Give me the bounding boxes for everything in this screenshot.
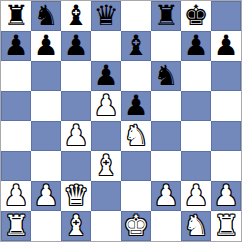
square-d2[interactable] xyxy=(91,181,121,211)
white-pawn: ♟ xyxy=(63,121,88,151)
square-b6[interactable] xyxy=(31,61,61,91)
square-a8[interactable]: ♜ xyxy=(1,1,31,31)
square-h8[interactable] xyxy=(211,1,241,31)
square-b3[interactable] xyxy=(31,151,61,181)
square-e2[interactable] xyxy=(121,181,151,211)
black-bishop: ♝ xyxy=(123,31,148,61)
black-rook: ♜ xyxy=(153,1,178,31)
square-a5[interactable] xyxy=(1,91,31,121)
square-h1[interactable]: ♜ xyxy=(211,211,241,241)
square-h7[interactable]: ♟ xyxy=(211,31,241,61)
black-pawn: ♟ xyxy=(183,31,208,61)
black-pawn: ♟ xyxy=(3,31,28,61)
black-pawn: ♟ xyxy=(33,31,58,61)
white-pawn: ♟ xyxy=(3,181,28,211)
square-g5[interactable] xyxy=(181,91,211,121)
square-h2[interactable]: ♟ xyxy=(211,181,241,211)
square-b5[interactable] xyxy=(31,91,61,121)
square-e8[interactable] xyxy=(121,1,151,31)
square-h5[interactable] xyxy=(211,91,241,121)
square-g7[interactable]: ♟ xyxy=(181,31,211,61)
square-h4[interactable] xyxy=(211,121,241,151)
square-e7[interactable]: ♝ xyxy=(121,31,151,61)
square-a6[interactable] xyxy=(1,61,31,91)
square-g2[interactable]: ♟ xyxy=(181,181,211,211)
square-c5[interactable] xyxy=(61,91,91,121)
square-b4[interactable] xyxy=(31,121,61,151)
square-a2[interactable]: ♟ xyxy=(1,181,31,211)
square-h6[interactable] xyxy=(211,61,241,91)
square-e4[interactable]: ♞ xyxy=(121,121,151,151)
black-knight: ♞ xyxy=(153,61,178,91)
black-king: ♚ xyxy=(183,1,208,31)
square-c8[interactable]: ♝ xyxy=(61,1,91,31)
square-b1[interactable] xyxy=(31,211,61,241)
square-d5[interactable]: ♟ xyxy=(91,91,121,121)
white-bishop: ♝ xyxy=(93,151,118,181)
square-d8[interactable]: ♛ xyxy=(91,1,121,31)
white-knight: ♞ xyxy=(183,211,208,241)
black-pawn: ♟ xyxy=(93,61,118,91)
square-d3[interactable]: ♝ xyxy=(91,151,121,181)
square-f4[interactable] xyxy=(151,121,181,151)
black-knight: ♞ xyxy=(33,1,58,31)
white-pawn: ♟ xyxy=(213,181,238,211)
square-a3[interactable] xyxy=(1,151,31,181)
square-e5[interactable]: ♟ xyxy=(121,91,151,121)
white-rook: ♜ xyxy=(213,211,238,241)
black-pawn: ♟ xyxy=(63,31,88,61)
white-queen: ♛ xyxy=(63,181,88,211)
square-d6[interactable]: ♟ xyxy=(91,61,121,91)
square-g4[interactable] xyxy=(181,121,211,151)
black-bishop: ♝ xyxy=(63,1,88,31)
square-g6[interactable] xyxy=(181,61,211,91)
square-h3[interactable] xyxy=(211,151,241,181)
square-e3[interactable] xyxy=(121,151,151,181)
white-bishop: ♝ xyxy=(63,211,88,241)
square-g8[interactable]: ♚ xyxy=(181,1,211,31)
square-f3[interactable] xyxy=(151,151,181,181)
white-pawn: ♟ xyxy=(153,181,178,211)
square-a7[interactable]: ♟ xyxy=(1,31,31,61)
square-g3[interactable] xyxy=(181,151,211,181)
square-c3[interactable] xyxy=(61,151,91,181)
white-king: ♚ xyxy=(123,211,148,241)
black-queen: ♛ xyxy=(93,1,118,31)
square-d7[interactable] xyxy=(91,31,121,61)
black-rook: ♜ xyxy=(3,1,28,31)
square-c6[interactable] xyxy=(61,61,91,91)
square-e6[interactable] xyxy=(121,61,151,91)
square-c2[interactable]: ♛ xyxy=(61,181,91,211)
white-pawn: ♟ xyxy=(183,181,208,211)
square-f7[interactable] xyxy=(151,31,181,61)
square-d4[interactable] xyxy=(91,121,121,151)
square-a1[interactable]: ♜ xyxy=(1,211,31,241)
square-f1[interactable] xyxy=(151,211,181,241)
square-f6[interactable]: ♞ xyxy=(151,61,181,91)
black-pawn: ♟ xyxy=(213,31,238,61)
square-b7[interactable]: ♟ xyxy=(31,31,61,61)
chess-board: ♜♞♝♛♜♚♟♟♟♝♟♟♟♞♟♟♟♞♝♟♟♛♟♟♟♜♝♚♞♜ xyxy=(0,0,242,242)
white-rook: ♜ xyxy=(3,211,28,241)
square-c4[interactable]: ♟ xyxy=(61,121,91,151)
white-knight: ♞ xyxy=(123,121,148,151)
white-pawn: ♟ xyxy=(33,181,58,211)
square-b8[interactable]: ♞ xyxy=(31,1,61,31)
square-a4[interactable] xyxy=(1,121,31,151)
square-f2[interactable]: ♟ xyxy=(151,181,181,211)
square-d1[interactable] xyxy=(91,211,121,241)
square-c7[interactable]: ♟ xyxy=(61,31,91,61)
square-g1[interactable]: ♞ xyxy=(181,211,211,241)
square-f8[interactable]: ♜ xyxy=(151,1,181,31)
square-c1[interactable]: ♝ xyxy=(61,211,91,241)
black-pawn: ♟ xyxy=(123,91,148,121)
square-e1[interactable]: ♚ xyxy=(121,211,151,241)
square-f5[interactable] xyxy=(151,91,181,121)
white-pawn: ♟ xyxy=(93,91,118,121)
square-b2[interactable]: ♟ xyxy=(31,181,61,211)
